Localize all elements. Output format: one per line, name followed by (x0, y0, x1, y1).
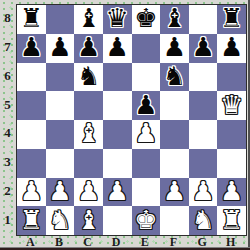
square-e2[interactable] (132, 178, 161, 207)
square-a4[interactable] (17, 120, 46, 149)
square-b7[interactable]: ♟ (46, 34, 75, 63)
square-a8[interactable]: ♜ (17, 5, 46, 34)
square-a1[interactable]: ♜ (17, 206, 46, 235)
square-b2[interactable]: ♟ (46, 178, 75, 207)
square-g2[interactable]: ♟ (189, 178, 218, 207)
square-c6[interactable]: ♞ (74, 63, 103, 92)
black-bishop[interactable]: ♝ (77, 5, 100, 31)
square-h3[interactable] (217, 149, 246, 178)
square-a3[interactable] (17, 149, 46, 178)
chess-app-window: 87654321 ♜♝♛♚♝♜♟♟♟♟♟♟♟♞♞♟♛♝♟♟♟♟♟♟♟♟♜♞♝♚♞… (0, 0, 250, 250)
square-e8[interactable]: ♚ (132, 5, 161, 34)
square-a6[interactable] (17, 63, 46, 92)
rank-label-1: 1 (0, 205, 15, 234)
square-e7[interactable] (132, 34, 161, 63)
black-pawn[interactable]: ♟ (77, 34, 100, 60)
square-d5[interactable] (103, 91, 132, 120)
square-d4[interactable] (103, 120, 132, 149)
black-knight[interactable]: ♞ (163, 63, 186, 89)
white-rook[interactable]: ♜ (220, 207, 243, 233)
square-h7[interactable]: ♟ (217, 34, 246, 63)
square-h1[interactable]: ♜ (217, 206, 246, 235)
square-e6[interactable] (132, 63, 161, 92)
square-g7[interactable]: ♟ (189, 34, 218, 63)
square-b1[interactable]: ♞ (46, 206, 75, 235)
white-pawn[interactable]: ♟ (20, 178, 43, 204)
black-rook[interactable]: ♜ (220, 5, 243, 31)
square-c4[interactable]: ♝ (74, 120, 103, 149)
rank-label-4: 4 (0, 119, 15, 148)
square-f8[interactable]: ♝ (160, 5, 189, 34)
square-b6[interactable] (46, 63, 75, 92)
black-pawn[interactable]: ♟ (163, 34, 186, 60)
square-g3[interactable] (189, 149, 218, 178)
square-e4[interactable]: ♟ (132, 120, 161, 149)
square-c7[interactable]: ♟ (74, 34, 103, 63)
square-b4[interactable] (46, 120, 75, 149)
square-a2[interactable]: ♟ (17, 178, 46, 207)
square-h4[interactable] (217, 120, 246, 149)
black-pawn[interactable]: ♟ (191, 34, 214, 60)
square-g8[interactable] (189, 5, 218, 34)
square-a7[interactable]: ♟ (17, 34, 46, 63)
black-rook[interactable]: ♜ (20, 5, 43, 31)
square-f4[interactable] (160, 120, 189, 149)
square-b5[interactable] (46, 91, 75, 120)
black-pawn[interactable]: ♟ (220, 34, 243, 60)
square-f2[interactable]: ♟ (160, 178, 189, 207)
square-h2[interactable]: ♟ (217, 178, 246, 207)
square-d7[interactable]: ♟ (103, 34, 132, 63)
black-king[interactable]: ♚ (134, 5, 157, 31)
white-pawn[interactable]: ♟ (106, 178, 129, 204)
square-f7[interactable]: ♟ (160, 34, 189, 63)
square-b3[interactable] (46, 149, 75, 178)
square-c5[interactable] (74, 91, 103, 120)
square-c2[interactable]: ♟ (74, 178, 103, 207)
square-c8[interactable]: ♝ (74, 5, 103, 34)
white-pawn[interactable]: ♟ (220, 178, 243, 204)
black-pawn[interactable]: ♟ (20, 34, 43, 60)
white-rook[interactable]: ♜ (20, 207, 43, 233)
square-b8[interactable] (46, 5, 75, 34)
square-d1[interactable] (103, 206, 132, 235)
square-h5[interactable]: ♛ (217, 91, 246, 120)
rank-label-7: 7 (0, 33, 15, 62)
square-f1[interactable] (160, 206, 189, 235)
square-h6[interactable] (217, 63, 246, 92)
square-g4[interactable] (189, 120, 218, 149)
black-queen[interactable]: ♛ (106, 5, 129, 31)
square-d2[interactable]: ♟ (103, 178, 132, 207)
rank-label-5: 5 (0, 90, 15, 119)
black-pawn[interactable]: ♟ (106, 34, 129, 60)
white-pawn[interactable]: ♟ (191, 178, 214, 204)
white-pawn[interactable]: ♟ (163, 178, 186, 204)
square-g5[interactable] (189, 91, 218, 120)
square-c1[interactable]: ♝ (74, 206, 103, 235)
black-pawn[interactable]: ♟ (48, 34, 71, 60)
square-d6[interactable] (103, 63, 132, 92)
square-f5[interactable] (160, 91, 189, 120)
square-f6[interactable]: ♞ (160, 63, 189, 92)
square-c3[interactable] (74, 149, 103, 178)
square-e1[interactable]: ♚ (132, 206, 161, 235)
white-pawn[interactable]: ♟ (134, 120, 157, 146)
white-bishop[interactable]: ♝ (77, 207, 100, 233)
white-knight[interactable]: ♞ (191, 207, 214, 233)
square-a5[interactable] (17, 91, 46, 120)
rank-label-6: 6 (0, 62, 15, 91)
rank-labels: 87654321 (0, 4, 15, 234)
white-knight[interactable]: ♞ (48, 207, 71, 233)
white-queen[interactable]: ♛ (220, 92, 243, 118)
square-h8[interactable]: ♜ (217, 5, 246, 34)
black-knight[interactable]: ♞ (77, 63, 100, 89)
square-d8[interactable]: ♛ (103, 5, 132, 34)
rank-label-8: 8 (0, 4, 15, 33)
black-pawn[interactable]: ♟ (134, 92, 157, 118)
square-g6[interactable] (189, 63, 218, 92)
chess-board[interactable]: ♜♝♛♚♝♜♟♟♟♟♟♟♟♞♞♟♛♝♟♟♟♟♟♟♟♟♜♞♝♚♞♜ (16, 4, 247, 236)
square-e5[interactable]: ♟ (132, 91, 161, 120)
square-g1[interactable]: ♞ (189, 206, 218, 235)
white-pawn[interactable]: ♟ (48, 178, 71, 204)
square-e3[interactable] (132, 149, 161, 178)
rank-label-3: 3 (0, 148, 15, 177)
rank-label-2: 2 (0, 177, 15, 206)
white-bishop[interactable]: ♝ (77, 120, 100, 146)
square-f3[interactable] (160, 149, 189, 178)
white-pawn[interactable]: ♟ (77, 178, 100, 204)
black-bishop[interactable]: ♝ (163, 5, 186, 31)
window-edge-right (248, 0, 250, 250)
white-king[interactable]: ♚ (134, 207, 157, 233)
square-d3[interactable] (103, 149, 132, 178)
